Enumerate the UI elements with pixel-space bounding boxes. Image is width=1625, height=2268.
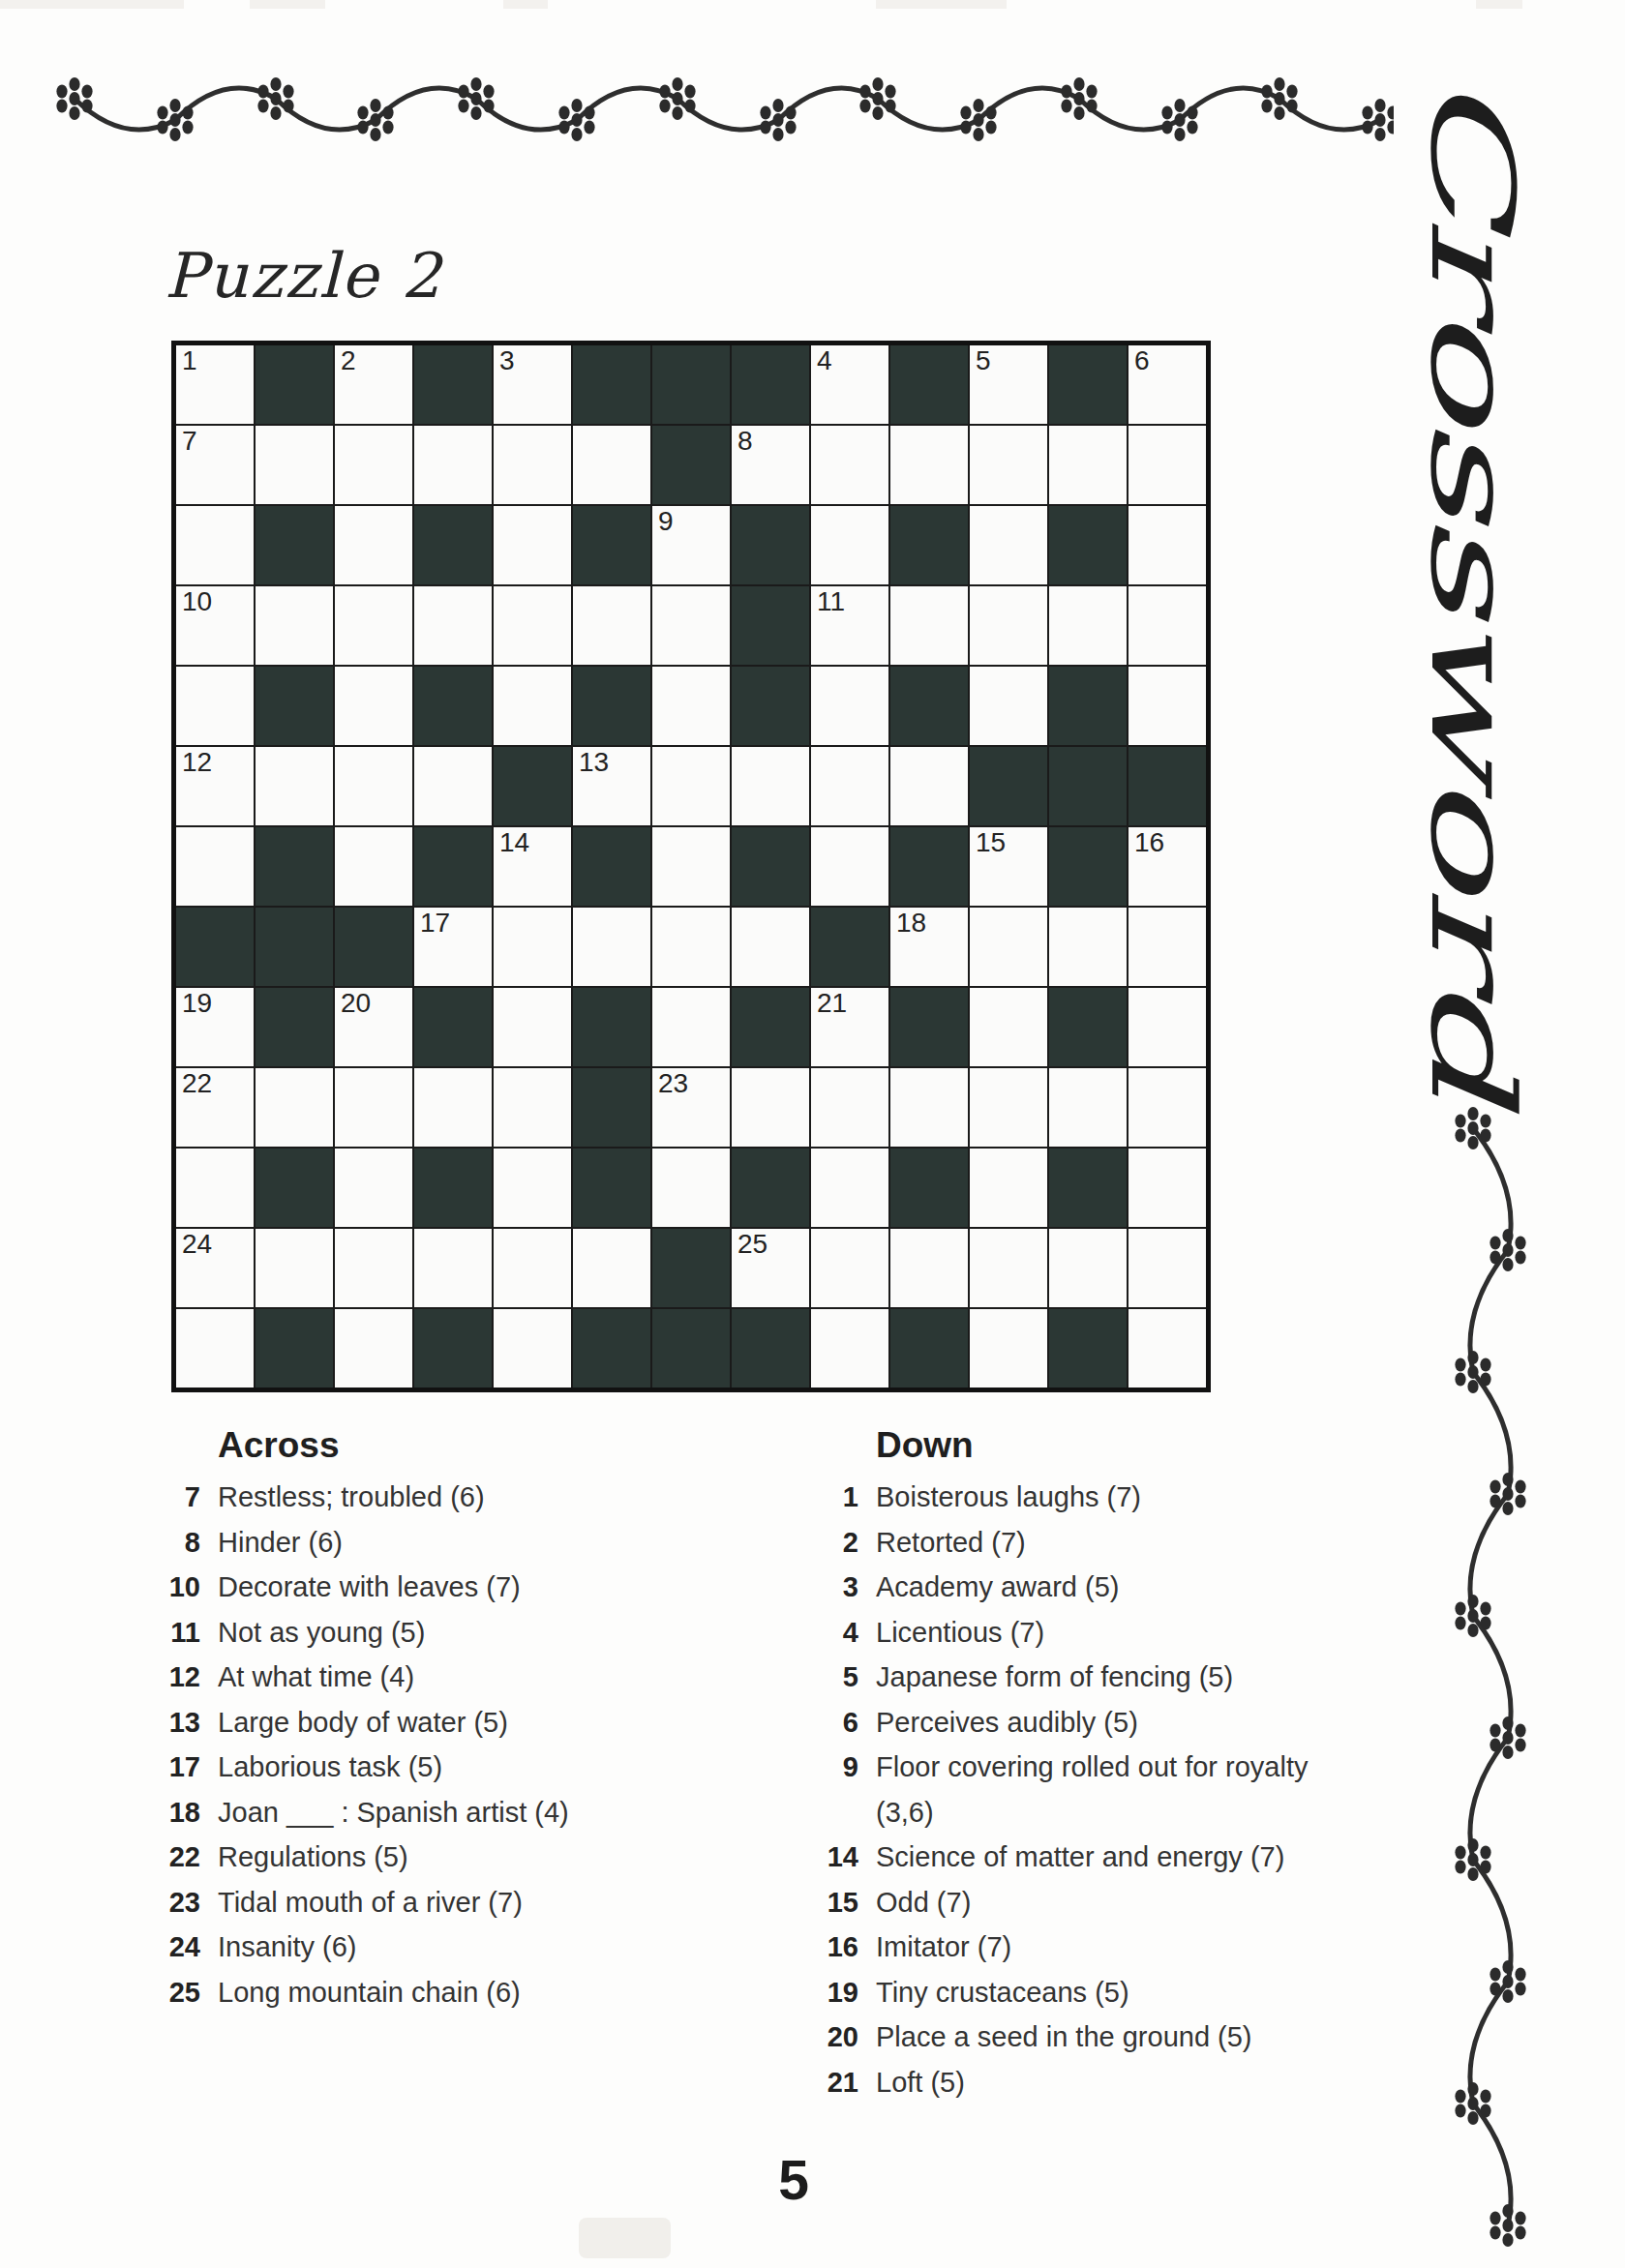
clue-item: 17Laborious task (5) [145, 1745, 740, 1790]
white-cell[interactable]: 18 [890, 908, 968, 986]
white-cell[interactable] [256, 586, 333, 665]
cell-number: 8 [737, 428, 753, 455]
white-cell[interactable]: 15 [970, 827, 1047, 906]
white-cell[interactable] [335, 506, 412, 584]
white-cell[interactable] [494, 506, 571, 584]
white-cell[interactable] [970, 988, 1047, 1066]
cell-number: 18 [896, 910, 926, 937]
white-cell[interactable] [970, 1229, 1047, 1307]
white-cell[interactable] [494, 988, 571, 1066]
white-cell[interactable] [1128, 908, 1206, 986]
clue-number: 3 [803, 1565, 876, 1610]
clue-number: 5 [803, 1655, 876, 1700]
clue-text: Licentious (7) [876, 1610, 1329, 1656]
across-heading: Across [218, 1427, 740, 1463]
black-cell [732, 1309, 809, 1388]
white-cell[interactable] [732, 747, 809, 825]
cell-number: 24 [182, 1231, 212, 1258]
clue-number: 6 [803, 1700, 876, 1746]
white-cell[interactable] [811, 426, 888, 504]
cell-number: 11 [817, 588, 845, 615]
white-cell[interactable]: 24 [176, 1229, 254, 1307]
clue-item: 4Licentious (7) [803, 1610, 1329, 1656]
clue-text: Tidal mouth of a river (7) [218, 1880, 740, 1925]
scan-artifact [250, 0, 325, 9]
white-cell[interactable]: 11 [811, 586, 888, 665]
scan-artifact [876, 0, 1007, 9]
white-cell[interactable] [811, 827, 888, 906]
black-cell [256, 908, 333, 986]
white-cell[interactable] [890, 426, 968, 504]
black-cell [732, 506, 809, 584]
crossword-grid: 1234567891011121314151617181920212223242… [171, 341, 1211, 1392]
white-cell[interactable] [1128, 426, 1206, 504]
white-cell[interactable] [335, 827, 412, 906]
white-cell[interactable]: 4 [811, 345, 888, 424]
black-cell [1049, 345, 1127, 424]
clue-text: Science of matter and energy (7) [876, 1835, 1329, 1880]
white-cell[interactable] [335, 426, 412, 504]
scan-artifact [503, 0, 548, 9]
white-cell[interactable] [652, 908, 730, 986]
clue-text: Long mountain chain (6) [218, 1970, 740, 2015]
cell-number: 13 [579, 749, 609, 776]
white-cell[interactable] [573, 586, 650, 665]
black-cell [1128, 747, 1206, 825]
white-cell[interactable]: 23 [652, 1068, 730, 1147]
black-cell [573, 345, 650, 424]
clue-number: 22 [145, 1835, 218, 1880]
black-cell [732, 667, 809, 745]
black-cell [573, 1149, 650, 1227]
black-cell [414, 1309, 492, 1388]
black-cell [176, 908, 254, 986]
black-cell [890, 667, 968, 745]
cell-number: 20 [341, 990, 371, 1017]
black-cell [573, 667, 650, 745]
white-cell[interactable] [1049, 426, 1127, 504]
white-cell[interactable] [176, 667, 254, 745]
white-cell[interactable] [335, 1149, 412, 1227]
black-cell [494, 747, 571, 825]
flower-border-top [44, 58, 1394, 166]
clue-text: Place a seed in the ground (5) [876, 2014, 1329, 2060]
white-cell[interactable] [970, 667, 1047, 745]
white-cell[interactable] [176, 1149, 254, 1227]
white-cell[interactable]: 12 [176, 747, 254, 825]
white-cell[interactable] [1128, 506, 1206, 584]
cell-number: 6 [1134, 347, 1150, 374]
black-cell [256, 1309, 333, 1388]
white-cell[interactable] [970, 1309, 1047, 1388]
white-cell[interactable] [494, 667, 571, 745]
section-label-crossword: Crossword [1405, 70, 1539, 1094]
cell-number: 23 [658, 1070, 688, 1097]
white-cell[interactable]: 22 [176, 1068, 254, 1147]
clue-text: Joan ___ : Spanish artist (4) [218, 1790, 740, 1835]
white-cell[interactable] [176, 506, 254, 584]
white-cell[interactable]: 1 [176, 345, 254, 424]
black-cell [652, 1229, 730, 1307]
cell-number: 10 [182, 588, 212, 615]
cell-number: 7 [182, 428, 197, 455]
white-cell[interactable] [414, 1068, 492, 1147]
clue-text: Not as young (5) [218, 1610, 740, 1656]
black-cell [732, 1149, 809, 1227]
white-cell[interactable] [494, 1309, 571, 1388]
black-cell [573, 988, 650, 1066]
clue-item: 20Place a seed in the ground (5) [803, 2014, 1329, 2060]
white-cell[interactable]: 6 [1128, 345, 1206, 424]
clue-number: 2 [803, 1520, 876, 1566]
white-cell[interactable] [1128, 1149, 1206, 1227]
white-cell[interactable]: 21 [811, 988, 888, 1066]
across-clues-section: Across 7Restless; troubled (6)8Hinder (6… [145, 1427, 740, 2014]
clue-text: Regulations (5) [218, 1835, 740, 1880]
white-cell[interactable] [652, 988, 730, 1066]
clue-text: Retorted (7) [876, 1520, 1329, 1566]
white-cell[interactable]: 2 [335, 345, 412, 424]
white-cell[interactable]: 7 [176, 426, 254, 504]
clue-number: 25 [145, 1970, 218, 2015]
clue-text: Restless; troubled (6) [218, 1475, 740, 1520]
black-cell [732, 988, 809, 1066]
scan-smudge [579, 2218, 671, 2258]
clue-text: At what time (4) [218, 1655, 740, 1700]
white-cell[interactable] [1049, 1229, 1127, 1307]
black-cell [811, 908, 888, 986]
black-cell [256, 667, 333, 745]
clue-item: 7Restless; troubled (6) [145, 1475, 740, 1520]
scan-artifact [1476, 0, 1522, 9]
clue-text: Laborious task (5) [218, 1745, 740, 1790]
white-cell[interactable] [811, 667, 888, 745]
white-cell[interactable] [1049, 586, 1127, 665]
across-clue-list: 7Restless; troubled (6)8Hinder (6)10Deco… [145, 1475, 740, 2014]
black-cell [1049, 827, 1127, 906]
cell-number: 16 [1134, 829, 1164, 856]
white-cell[interactable] [494, 908, 571, 986]
black-cell [970, 747, 1047, 825]
white-cell[interactable] [970, 586, 1047, 665]
white-cell[interactable] [335, 747, 412, 825]
down-clues-section: Down 1Boisterous laughs (7)2Retorted (7)… [803, 1427, 1329, 2104]
black-cell [573, 1309, 650, 1388]
white-cell[interactable] [970, 1068, 1047, 1147]
white-cell[interactable] [1128, 667, 1206, 745]
cell-number: 3 [499, 347, 515, 374]
black-cell [732, 827, 809, 906]
clue-number: 4 [803, 1610, 876, 1656]
clue-number: 23 [145, 1880, 218, 1925]
white-cell[interactable]: 8 [732, 426, 809, 504]
black-cell [256, 345, 333, 424]
black-cell [1049, 1309, 1127, 1388]
black-cell [890, 1149, 968, 1227]
black-cell [573, 827, 650, 906]
white-cell[interactable] [1128, 586, 1206, 665]
cell-number: 15 [976, 829, 1006, 856]
white-cell[interactable] [890, 1229, 968, 1307]
flower-stem [1470, 1128, 1511, 2225]
white-cell[interactable] [652, 1149, 730, 1227]
cell-number: 22 [182, 1070, 212, 1097]
scan-artifact [0, 0, 184, 9]
white-cell[interactable] [494, 1149, 571, 1227]
down-heading: Down [876, 1427, 1329, 1463]
clue-item: 25Long mountain chain (6) [145, 1970, 740, 2015]
white-cell[interactable] [573, 908, 650, 986]
white-cell[interactable] [414, 747, 492, 825]
white-cell[interactable] [652, 747, 730, 825]
white-cell[interactable] [256, 426, 333, 504]
black-cell [414, 827, 492, 906]
white-cell[interactable] [652, 586, 730, 665]
clue-number: 1 [803, 1475, 876, 1520]
clue-text: Decorate with leaves (7) [218, 1565, 740, 1610]
white-cell[interactable] [811, 1149, 888, 1227]
black-cell [1049, 667, 1127, 745]
clue-number: 19 [803, 1970, 876, 2015]
clue-number: 7 [145, 1475, 218, 1520]
clue-item: 22Regulations (5) [145, 1835, 740, 1880]
black-cell [573, 506, 650, 584]
clue-number: 9 [803, 1745, 876, 1790]
clue-item: 9Floor covering rolled out for royalty (… [803, 1745, 1329, 1835]
clue-item: 14Science of matter and energy (7) [803, 1835, 1329, 1880]
black-cell [890, 827, 968, 906]
black-cell [890, 345, 968, 424]
cell-number: 14 [499, 829, 529, 856]
clue-number: 16 [803, 1925, 876, 1970]
crossword-book-page: Crossword Puzzle 2 123456789101112131415… [0, 0, 1625, 2268]
white-cell[interactable]: 17 [414, 908, 492, 986]
cell-number: 2 [341, 347, 356, 374]
clue-text: Japanese form of fencing (5) [876, 1655, 1329, 1700]
black-cell [652, 1309, 730, 1388]
black-cell [890, 506, 968, 584]
black-cell [573, 1068, 650, 1147]
clue-text: Odd (7) [876, 1880, 1329, 1925]
clue-item: 12At what time (4) [145, 1655, 740, 1700]
white-cell[interactable] [1128, 988, 1206, 1066]
black-cell [890, 1309, 968, 1388]
clue-item: 23Tidal mouth of a river (7) [145, 1880, 740, 1925]
cell-number: 21 [817, 990, 847, 1017]
white-cell[interactable]: 14 [494, 827, 571, 906]
clue-text: Insanity (6) [218, 1925, 740, 1970]
cell-number: 12 [182, 749, 212, 776]
cell-number: 4 [817, 347, 832, 374]
clue-text: Loft (5) [876, 2060, 1329, 2105]
white-cell[interactable] [414, 1229, 492, 1307]
white-cell[interactable] [1128, 1229, 1206, 1307]
clue-number: 24 [145, 1925, 218, 1970]
clue-text: Academy award (5) [876, 1565, 1329, 1610]
clue-item: 11Not as young (5) [145, 1610, 740, 1656]
down-clue-list: 1Boisterous laughs (7)2Retorted (7)3Acad… [803, 1475, 1329, 2104]
clue-item: 13Large body of water (5) [145, 1700, 740, 1746]
clue-item: 5Japanese form of fencing (5) [803, 1655, 1329, 1700]
white-cell[interactable] [494, 1068, 571, 1147]
clue-number: 11 [145, 1610, 218, 1656]
cell-number: 5 [976, 347, 991, 374]
white-cell[interactable]: 19 [176, 988, 254, 1066]
clue-item: 1Boisterous laughs (7) [803, 1475, 1329, 1520]
black-cell [1049, 1149, 1127, 1227]
black-cell [732, 586, 809, 665]
black-cell [652, 345, 730, 424]
white-cell[interactable] [811, 747, 888, 825]
white-cell[interactable] [1049, 1068, 1127, 1147]
black-cell [652, 426, 730, 504]
black-cell [1049, 747, 1127, 825]
clue-number: 17 [145, 1745, 218, 1790]
clue-text: Imitator (7) [876, 1925, 1329, 1970]
clue-text: Perceives audibly (5) [876, 1700, 1329, 1746]
black-cell [256, 1149, 333, 1227]
white-cell[interactable] [970, 1149, 1047, 1227]
white-cell[interactable] [890, 586, 968, 665]
cell-number: 19 [182, 990, 212, 1017]
black-cell [414, 988, 492, 1066]
black-cell [335, 908, 412, 986]
white-cell[interactable] [970, 506, 1047, 584]
clue-item: 16Imitator (7) [803, 1925, 1329, 1970]
flower-border-right [1427, 1099, 1554, 2268]
white-cell[interactable] [414, 586, 492, 665]
clue-number: 13 [145, 1700, 218, 1746]
white-cell[interactable]: 25 [732, 1229, 809, 1307]
white-cell[interactable] [256, 747, 333, 825]
white-cell[interactable] [890, 747, 968, 825]
clue-text: Hinder (6) [218, 1520, 740, 1566]
cell-number: 17 [420, 910, 450, 937]
black-cell [414, 667, 492, 745]
white-cell[interactable]: 20 [335, 988, 412, 1066]
clue-number: 8 [145, 1520, 218, 1566]
white-cell[interactable] [732, 908, 809, 986]
white-cell[interactable] [811, 506, 888, 584]
clue-number: 18 [145, 1790, 218, 1835]
black-cell [414, 1149, 492, 1227]
clue-item: 10Decorate with leaves (7) [145, 1565, 740, 1610]
white-cell[interactable] [811, 1309, 888, 1388]
white-cell[interactable]: 13 [573, 747, 650, 825]
clue-number: 14 [803, 1835, 876, 1880]
page-title: Puzzle 2 [165, 240, 442, 312]
white-cell[interactable] [335, 1309, 412, 1388]
black-cell [1049, 506, 1127, 584]
white-cell[interactable]: 5 [970, 345, 1047, 424]
white-cell[interactable] [256, 1229, 333, 1307]
white-cell[interactable] [256, 1068, 333, 1147]
white-cell[interactable] [1128, 1309, 1206, 1388]
cell-number: 9 [658, 508, 674, 535]
white-cell[interactable]: 3 [494, 345, 571, 424]
clue-item: 18Joan ___ : Spanish artist (4) [145, 1790, 740, 1835]
clue-item: 19Tiny crustaceans (5) [803, 1970, 1329, 2015]
white-cell[interactable] [1049, 908, 1127, 986]
clue-text: Large body of water (5) [218, 1700, 740, 1746]
clue-item: 6Perceives audibly (5) [803, 1700, 1329, 1746]
black-cell [732, 345, 809, 424]
white-cell[interactable] [494, 1229, 571, 1307]
white-cell[interactable] [335, 667, 412, 745]
clue-item: 21Loft (5) [803, 2060, 1329, 2105]
white-cell[interactable] [811, 1068, 888, 1147]
clue-item: 2Retorted (7) [803, 1520, 1329, 1566]
white-cell[interactable] [573, 426, 650, 504]
white-cell[interactable] [1128, 1068, 1206, 1147]
white-cell[interactable] [335, 1229, 412, 1307]
white-cell[interactable] [970, 908, 1047, 986]
clue-number: 15 [803, 1880, 876, 1925]
white-cell[interactable] [811, 1229, 888, 1307]
black-cell [256, 827, 333, 906]
white-cell[interactable] [176, 1309, 254, 1388]
white-cell[interactable] [732, 1068, 809, 1147]
black-cell [414, 345, 492, 424]
white-cell[interactable] [494, 426, 571, 504]
white-cell[interactable]: 16 [1128, 827, 1206, 906]
white-cell[interactable] [335, 1068, 412, 1147]
clue-number: 10 [145, 1565, 218, 1610]
black-cell [414, 506, 492, 584]
white-cell[interactable] [652, 827, 730, 906]
cell-number: 1 [182, 347, 197, 374]
clue-number: 12 [145, 1655, 218, 1700]
black-cell [1049, 988, 1127, 1066]
white-cell[interactable] [176, 827, 254, 906]
white-cell[interactable] [890, 1068, 968, 1147]
clue-number: 21 [803, 2060, 876, 2105]
clue-text: Tiny crustaceans (5) [876, 1970, 1329, 2015]
clue-item: 15Odd (7) [803, 1880, 1329, 1925]
clue-item: 3Academy award (5) [803, 1565, 1329, 1610]
clue-item: 24Insanity (6) [145, 1925, 740, 1970]
clue-text: Boisterous laughs (7) [876, 1475, 1329, 1520]
white-cell[interactable]: 10 [176, 586, 254, 665]
clue-text: Floor covering rolled out for royalty (3… [876, 1745, 1329, 1835]
black-cell [256, 988, 333, 1066]
white-cell[interactable] [573, 1229, 650, 1307]
white-cell[interactable] [970, 426, 1047, 504]
clue-number: 20 [803, 2014, 876, 2060]
clue-item: 8Hinder (6) [145, 1520, 740, 1566]
white-cell[interactable]: 9 [652, 506, 730, 584]
black-cell [890, 988, 968, 1066]
cell-number: 25 [737, 1231, 767, 1258]
black-cell [256, 506, 333, 584]
page-number: 5 [736, 2148, 852, 2212]
white-cell[interactable] [652, 667, 730, 745]
white-cell[interactable] [414, 426, 492, 504]
white-cell[interactable] [335, 586, 412, 665]
white-cell[interactable] [494, 586, 571, 665]
